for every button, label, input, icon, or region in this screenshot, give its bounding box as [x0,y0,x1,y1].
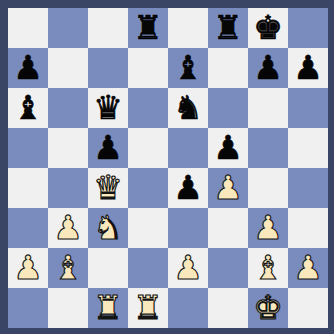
square-d3[interactable] [128,208,168,248]
chess-board: ♜♜♚♟♝♟♟♝♛♞♟♟♛♟♟♟♞♟♟♝♟♝♟♜♜♚ [8,8,328,328]
square-h1[interactable] [288,288,328,328]
square-d4[interactable] [128,168,168,208]
square-g8[interactable]: ♚ [248,8,288,48]
piece-white-rook: ♜ [93,291,123,324]
square-c7[interactable] [88,48,128,88]
square-a3[interactable] [8,208,48,248]
square-a6[interactable]: ♝ [8,88,48,128]
square-e1[interactable] [168,288,208,328]
piece-white-pawn: ♟ [13,251,43,284]
square-a8[interactable] [8,8,48,48]
square-h8[interactable] [288,8,328,48]
piece-white-king: ♚ [253,291,283,324]
square-b6[interactable] [48,88,88,128]
square-f5[interactable]: ♟ [208,128,248,168]
square-h3[interactable] [288,208,328,248]
piece-black-bishop: ♝ [13,91,43,124]
square-h6[interactable] [288,88,328,128]
square-d6[interactable] [128,88,168,128]
piece-black-knight: ♞ [173,91,203,124]
chess-board-frame: ♜♜♚♟♝♟♟♝♛♞♟♟♛♟♟♟♞♟♟♝♟♝♟♜♜♚ [0,0,334,334]
square-d2[interactable] [128,248,168,288]
piece-black-pawn: ♟ [213,131,243,164]
piece-white-pawn: ♟ [253,211,283,244]
piece-white-bishop: ♝ [53,251,83,284]
square-g6[interactable] [248,88,288,128]
square-a1[interactable] [8,288,48,328]
piece-white-pawn: ♟ [53,211,83,244]
square-f1[interactable] [208,288,248,328]
square-g1[interactable]: ♚ [248,288,288,328]
square-f6[interactable] [208,88,248,128]
square-e2[interactable]: ♟ [168,248,208,288]
piece-white-pawn: ♟ [293,251,323,284]
square-c4[interactable]: ♛ [88,168,128,208]
square-f7[interactable] [208,48,248,88]
piece-black-pawn: ♟ [93,131,123,164]
square-c2[interactable] [88,248,128,288]
square-f2[interactable] [208,248,248,288]
piece-black-pawn: ♟ [293,51,323,84]
piece-white-bishop: ♝ [253,251,283,284]
square-e8[interactable] [168,8,208,48]
square-b5[interactable] [48,128,88,168]
square-g7[interactable]: ♟ [248,48,288,88]
square-a7[interactable]: ♟ [8,48,48,88]
square-c3[interactable]: ♞ [88,208,128,248]
piece-white-pawn: ♟ [173,251,203,284]
piece-white-rook: ♜ [133,291,163,324]
square-c1[interactable]: ♜ [88,288,128,328]
square-c6[interactable]: ♛ [88,88,128,128]
piece-black-pawn: ♟ [13,51,43,84]
square-h7[interactable]: ♟ [288,48,328,88]
square-b4[interactable] [48,168,88,208]
square-g2[interactable]: ♝ [248,248,288,288]
square-h5[interactable] [288,128,328,168]
piece-black-king: ♚ [253,11,283,44]
square-e7[interactable]: ♝ [168,48,208,88]
piece-white-knight: ♞ [93,211,123,244]
square-b8[interactable] [48,8,88,48]
square-b1[interactable] [48,288,88,328]
square-b7[interactable] [48,48,88,88]
square-h4[interactable] [288,168,328,208]
square-d5[interactable] [128,128,168,168]
square-f4[interactable]: ♟ [208,168,248,208]
square-e4[interactable]: ♟ [168,168,208,208]
piece-black-rook: ♜ [213,11,243,44]
square-b2[interactable]: ♝ [48,248,88,288]
square-g4[interactable] [248,168,288,208]
square-g3[interactable]: ♟ [248,208,288,248]
piece-black-pawn: ♟ [173,171,203,204]
square-a4[interactable] [8,168,48,208]
square-e3[interactable] [168,208,208,248]
square-d8[interactable]: ♜ [128,8,168,48]
piece-white-queen: ♛ [93,171,123,204]
piece-white-pawn: ♟ [213,171,243,204]
square-f3[interactable] [208,208,248,248]
square-d7[interactable] [128,48,168,88]
piece-black-queen: ♛ [93,91,123,124]
square-f8[interactable]: ♜ [208,8,248,48]
square-c8[interactable] [88,8,128,48]
square-h2[interactable]: ♟ [288,248,328,288]
square-c5[interactable]: ♟ [88,128,128,168]
square-a2[interactable]: ♟ [8,248,48,288]
piece-black-pawn: ♟ [253,51,283,84]
square-d1[interactable]: ♜ [128,288,168,328]
piece-black-rook: ♜ [133,11,163,44]
square-b3[interactable]: ♟ [48,208,88,248]
square-g5[interactable] [248,128,288,168]
square-e5[interactable] [168,128,208,168]
square-a5[interactable] [8,128,48,168]
square-e6[interactable]: ♞ [168,88,208,128]
piece-black-bishop: ♝ [173,51,203,84]
